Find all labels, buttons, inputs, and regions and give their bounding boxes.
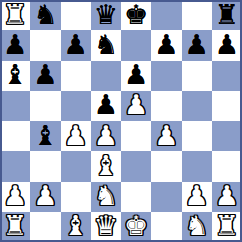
square-b4[interactable]: ♝ (30, 121, 60, 151)
chess-board: ♜♞♛♚♜♟♟♞♟♟♟♝♟♟♟♟♝♟♟♟♝♟♟♞♟♟♜♝♛♚♞♜ (0, 0, 242, 242)
square-e8[interactable]: ♚ (121, 0, 151, 30)
square-f4[interactable]: ♟ (151, 121, 181, 151)
square-d5[interactable]: ♟ (91, 91, 121, 121)
square-a7[interactable]: ♟ (0, 30, 30, 60)
square-f7[interactable]: ♟ (151, 30, 181, 60)
black-pawn-icon[interactable]: ♟ (154, 31, 178, 58)
white-pawn-icon[interactable]: ♟ (94, 122, 118, 149)
square-c8[interactable] (61, 0, 91, 30)
white-pawn-icon[interactable]: ♟ (185, 182, 209, 209)
square-g1[interactable]: ♞ (182, 212, 212, 242)
white-pawn-icon[interactable]: ♟ (3, 182, 27, 209)
black-rook-icon[interactable]: ♜ (215, 1, 239, 28)
square-b3[interactable] (30, 151, 60, 181)
black-knight-icon[interactable]: ♞ (33, 1, 57, 28)
square-a8[interactable]: ♜ (0, 0, 30, 30)
white-king-icon[interactable]: ♚ (124, 212, 148, 239)
square-d3[interactable]: ♝ (91, 151, 121, 181)
square-g5[interactable] (182, 91, 212, 121)
square-e1[interactable]: ♚ (121, 212, 151, 242)
black-king-icon[interactable]: ♚ (124, 1, 148, 28)
square-h5[interactable] (212, 91, 242, 121)
square-d7[interactable]: ♞ (91, 30, 121, 60)
square-d6[interactable] (91, 61, 121, 91)
square-e7[interactable] (121, 30, 151, 60)
square-g3[interactable] (182, 151, 212, 181)
white-pawn-icon[interactable]: ♟ (33, 182, 57, 209)
square-a5[interactable] (0, 91, 30, 121)
white-knight-icon[interactable]: ♞ (94, 182, 118, 209)
white-knight-icon[interactable]: ♞ (185, 212, 209, 239)
white-rook-icon[interactable]: ♜ (3, 1, 27, 28)
square-b5[interactable] (30, 91, 60, 121)
square-e6[interactable]: ♟ (121, 61, 151, 91)
square-a2[interactable]: ♟ (0, 182, 30, 212)
square-g4[interactable] (182, 121, 212, 151)
black-pawn-icon[interactable]: ♟ (185, 31, 209, 58)
square-e4[interactable] (121, 121, 151, 151)
square-f3[interactable] (151, 151, 181, 181)
square-c5[interactable] (61, 91, 91, 121)
square-b8[interactable]: ♞ (30, 0, 60, 30)
black-knight-icon[interactable]: ♞ (94, 31, 118, 58)
white-pawn-icon[interactable]: ♟ (64, 122, 88, 149)
square-d4[interactable]: ♟ (91, 121, 121, 151)
square-e3[interactable] (121, 151, 151, 181)
white-rook-icon[interactable]: ♜ (215, 212, 239, 239)
square-f6[interactable] (151, 61, 181, 91)
square-d1[interactable]: ♛ (91, 212, 121, 242)
square-b7[interactable] (30, 30, 60, 60)
white-rook-icon[interactable]: ♜ (3, 212, 27, 239)
square-f8[interactable] (151, 0, 181, 30)
square-b1[interactable] (30, 212, 60, 242)
square-c7[interactable]: ♟ (61, 30, 91, 60)
square-b2[interactable]: ♟ (30, 182, 60, 212)
square-c6[interactable] (61, 61, 91, 91)
square-h1[interactable]: ♜ (212, 212, 242, 242)
black-pawn-icon[interactable]: ♟ (3, 31, 27, 58)
square-c2[interactable] (61, 182, 91, 212)
black-pawn-icon[interactable]: ♟ (215, 31, 239, 58)
square-a1[interactable]: ♜ (0, 212, 30, 242)
white-bishop-icon[interactable]: ♝ (64, 212, 88, 239)
square-f5[interactable] (151, 91, 181, 121)
square-c1[interactable]: ♝ (61, 212, 91, 242)
black-pawn-icon[interactable]: ♟ (124, 61, 148, 88)
square-g7[interactable]: ♟ (182, 30, 212, 60)
square-a6[interactable]: ♝ (0, 61, 30, 91)
square-a3[interactable] (0, 151, 30, 181)
white-bishop-icon[interactable]: ♝ (94, 152, 118, 179)
black-pawn-icon[interactable]: ♟ (94, 91, 118, 118)
white-queen-icon[interactable]: ♛ (94, 212, 118, 239)
square-d8[interactable]: ♛ (91, 0, 121, 30)
square-g2[interactable]: ♟ (182, 182, 212, 212)
square-f2[interactable] (151, 182, 181, 212)
black-bishop-icon[interactable]: ♝ (3, 61, 27, 88)
square-e5[interactable]: ♟ (121, 91, 151, 121)
square-h2[interactable]: ♟ (212, 182, 242, 212)
square-g8[interactable] (182, 0, 212, 30)
square-c4[interactable]: ♟ (61, 121, 91, 151)
square-h6[interactable] (212, 61, 242, 91)
black-queen-icon[interactable]: ♛ (94, 1, 118, 28)
chess-board-container: ♜♞♛♚♜♟♟♞♟♟♟♝♟♟♟♟♝♟♟♟♝♟♟♞♟♟♜♝♛♚♞♜ (0, 0, 242, 242)
square-f1[interactable] (151, 212, 181, 242)
black-pawn-icon[interactable]: ♟ (33, 61, 57, 88)
black-pawn-icon[interactable]: ♟ (64, 31, 88, 58)
white-pawn-icon[interactable]: ♟ (215, 182, 239, 209)
square-g6[interactable] (182, 61, 212, 91)
square-b6[interactable]: ♟ (30, 61, 60, 91)
square-h7[interactable]: ♟ (212, 30, 242, 60)
square-h4[interactable] (212, 121, 242, 151)
square-h3[interactable] (212, 151, 242, 181)
square-e2[interactable] (121, 182, 151, 212)
white-pawn-icon[interactable]: ♟ (124, 91, 148, 118)
square-a4[interactable] (0, 121, 30, 151)
square-d2[interactable]: ♞ (91, 182, 121, 212)
square-h8[interactable]: ♜ (212, 0, 242, 30)
black-bishop-icon[interactable]: ♝ (33, 122, 57, 149)
square-c3[interactable] (61, 151, 91, 181)
white-pawn-icon[interactable]: ♟ (154, 122, 178, 149)
